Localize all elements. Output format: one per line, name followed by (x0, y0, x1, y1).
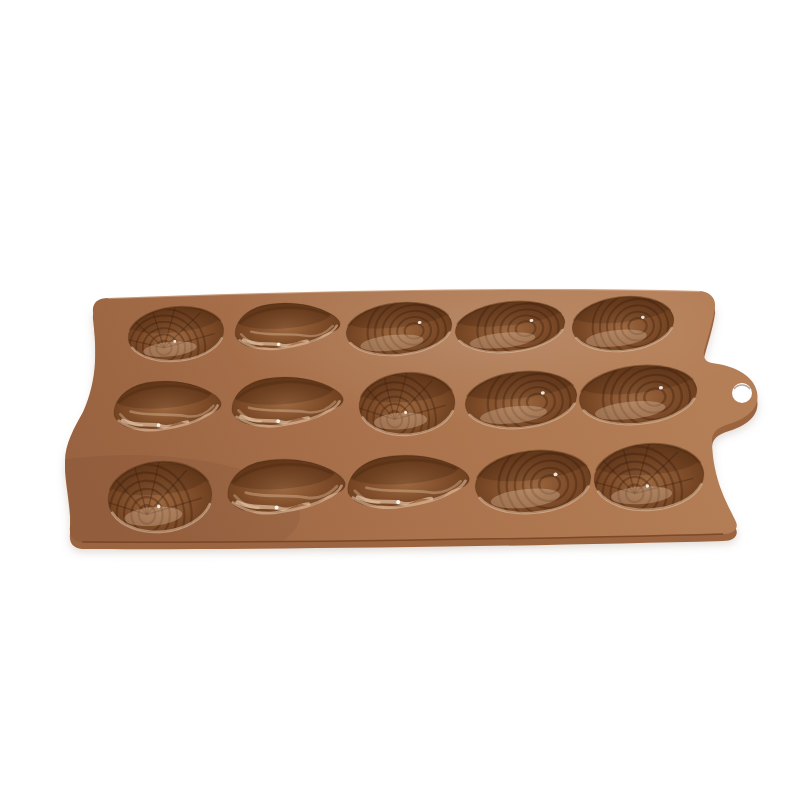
product-photo (0, 0, 800, 800)
hanging-hole-opening (732, 383, 752, 403)
scene-svg (0, 0, 800, 800)
hanging-hole (732, 383, 752, 403)
chocolate-mold (0, 235, 760, 575)
